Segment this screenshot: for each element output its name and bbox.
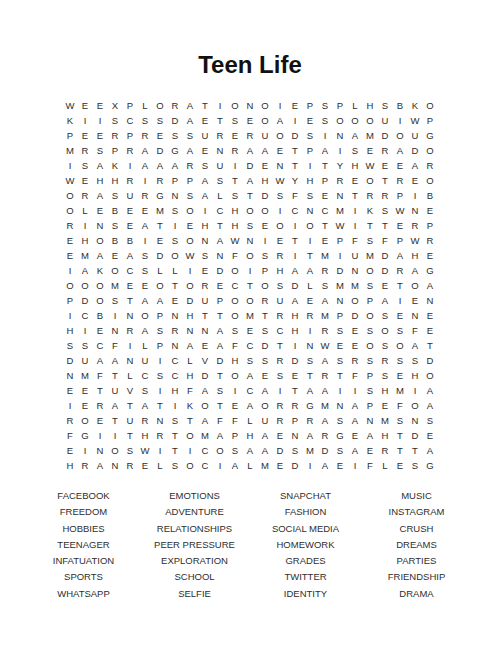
grid-cell-r12c3: K (93, 263, 108, 278)
grid-cell-r9c13: S (243, 218, 258, 233)
grid-cell-r6c19: R (333, 173, 348, 188)
grid-cell-r19c1: N (63, 368, 78, 383)
grid-cell-r17c20: E (348, 338, 363, 353)
grid-cell-r3c20: A (348, 128, 363, 143)
grid-cell-r15c7: P (153, 308, 168, 323)
grid-cell-r25c15: E (273, 458, 288, 473)
word-list-item: SCHOOL (139, 569, 250, 585)
grid-cell-r2c14: O (258, 113, 273, 128)
grid-cell-r15c3: B (93, 308, 108, 323)
grid-cell-r5c15: N (273, 158, 288, 173)
grid-cell-r5c10: S (198, 158, 213, 173)
grid-cell-r2c19: O (333, 113, 348, 128)
word-list-item: HOBBIES (28, 521, 139, 537)
grid-cell-r13c8: T (168, 278, 183, 293)
grid-cell-r9c4: S (108, 218, 123, 233)
grid-cell-r25c11: I (213, 458, 228, 473)
grid-cell-r12c13: I (243, 263, 258, 278)
grid-cell-r4c24: D (408, 143, 423, 158)
grid-cell-r3c14: U (258, 128, 273, 143)
grid-cell-r14c2: D (78, 293, 93, 308)
grid-cell-r17c22: S (378, 338, 393, 353)
grid-cell-r8c6: E (138, 203, 153, 218)
grid-cell-r2c12: S (228, 113, 243, 128)
grid-cell-r6c16: Y (288, 173, 303, 188)
grid-cell-r25c10: C (198, 458, 213, 473)
grid-cell-r1c10: T (198, 98, 213, 113)
grid-cell-r15c9: H (183, 308, 198, 323)
grid-cell-r22c22: M (378, 413, 393, 428)
grid-cell-r19c7: S (153, 368, 168, 383)
grid-cell-r17c8: N (168, 338, 183, 353)
grid-cell-r7c15: S (273, 188, 288, 203)
grid-cell-r16c8: R (168, 323, 183, 338)
grid-cell-r8c22: S (378, 203, 393, 218)
grid-cell-r16c4: N (108, 323, 123, 338)
grid-cell-r23c20: E (348, 428, 363, 443)
grid-cell-r23c1: F (63, 428, 78, 443)
grid-cell-r4c22: R (378, 143, 393, 158)
grid-cell-r3c21: M (363, 128, 378, 143)
grid-cell-r24c13: A (243, 443, 258, 458)
grid-cell-r21c23: F (393, 398, 408, 413)
grid-cell-r24c5: S (123, 443, 138, 458)
grid-cell-r23c16: N (288, 428, 303, 443)
grid-cell-r24c6: W (138, 443, 153, 458)
grid-cell-r10c15: E (273, 233, 288, 248)
grid-cell-r12c16: A (288, 263, 303, 278)
grid-cell-r11c8: O (168, 248, 183, 263)
grid-cell-r4c2: R (78, 143, 93, 158)
grid-cell-r6c3: H (93, 173, 108, 188)
grid-cell-r9c23: E (393, 218, 408, 233)
grid-cell-r20c20: I (348, 383, 363, 398)
grid-cell-r23c17: A (303, 428, 318, 443)
grid-cell-r5c14: E (258, 158, 273, 173)
grid-cell-r2c23: I (393, 113, 408, 128)
grid-cell-r19c24: H (408, 368, 423, 383)
grid-cell-r9c24: R (408, 218, 423, 233)
grid-cell-r12c25: G (423, 263, 438, 278)
grid-cell-r13c14: O (258, 278, 273, 293)
grid-cell-r9c18: T (318, 218, 333, 233)
grid-cell-r4c23: A (393, 143, 408, 158)
grid-cell-r6c24: E (408, 173, 423, 188)
grid-cell-r15c22: S (378, 308, 393, 323)
grid-cell-r11c14: S (258, 248, 273, 263)
grid-cell-r9c19: W (333, 218, 348, 233)
grid-cell-r23c15: E (273, 428, 288, 443)
grid-cell-r13c9: O (183, 278, 198, 293)
grid-cell-r17c16: I (288, 338, 303, 353)
grid-cell-r12c24: A (408, 263, 423, 278)
grid-cell-r16c24: F (408, 323, 423, 338)
grid-cell-r4c15: E (273, 143, 288, 158)
grid-cell-r6c20: E (348, 173, 363, 188)
grid-cell-r9c9: E (183, 218, 198, 233)
grid-cell-r23c18: R (318, 428, 333, 443)
grid-cell-r1c22: S (378, 98, 393, 113)
word-list-item: SNAPCHAT (250, 488, 361, 504)
grid-cell-r19c19: T (333, 368, 348, 383)
grid-cell-r9c5: E (123, 218, 138, 233)
word-list-item: TWITTER (250, 569, 361, 585)
grid-cell-r3c8: S (168, 128, 183, 143)
grid-cell-r6c8: P (168, 173, 183, 188)
grid-cell-r7c25: B (423, 188, 438, 203)
grid-cell-r22c17: R (303, 413, 318, 428)
grid-cell-r12c2: A (78, 263, 93, 278)
grid-cell-r15c18: M (318, 308, 333, 323)
grid-cell-r7c6: R (138, 188, 153, 203)
grid-cell-r24c18: D (318, 443, 333, 458)
grid-cell-r9c20: I (348, 218, 363, 233)
grid-cell-r21c9: K (183, 398, 198, 413)
word-list-column-3: SNAPCHATFASHIONSOCIAL MEDIAHOMEWORKGRADE… (250, 488, 361, 602)
grid-cell-r20c15: I (273, 383, 288, 398)
grid-cell-r16c9: N (183, 323, 198, 338)
grid-cell-r15c16: H (288, 308, 303, 323)
grid-cell-r11c23: A (393, 248, 408, 263)
grid-cell-r4c13: A (243, 143, 258, 158)
grid-cell-r8c19: M (333, 203, 348, 218)
word-list-item: FREEDOM (28, 504, 139, 520)
grid-cell-r4c20: S (348, 143, 363, 158)
grid-cell-r23c13: H (243, 428, 258, 443)
grid-cell-r21c2: E (78, 398, 93, 413)
grid-cell-r24c17: M (303, 443, 318, 458)
grid-cell-r11c15: R (273, 248, 288, 263)
grid-cell-r18c12: H (228, 353, 243, 368)
word-list-item: WHATSAPP (28, 586, 139, 602)
grid-cell-r16c15: C (273, 323, 288, 338)
grid-cell-r14c25: N (423, 293, 438, 308)
grid-cell-r6c1: W (63, 173, 78, 188)
grid-cell-r19c4: T (108, 368, 123, 383)
grid-cell-r18c19: S (333, 353, 348, 368)
grid-cell-r6c25: O (423, 173, 438, 188)
grid-cell-r25c6: E (138, 458, 153, 473)
grid-cell-r2c16: I (288, 113, 303, 128)
grid-cell-r3c3: E (93, 128, 108, 143)
grid-cell-r21c1: I (63, 398, 78, 413)
grid-cell-r8c23: W (393, 203, 408, 218)
grid-cell-r20c22: H (378, 383, 393, 398)
grid-cell-r8c5: E (123, 203, 138, 218)
word-list-item: RELATIONSHIPS (139, 521, 250, 537)
grid-cell-r6c2: E (78, 173, 93, 188)
grid-cell-r11c18: M (318, 248, 333, 263)
grid-cell-r23c25: E (423, 428, 438, 443)
grid-cell-r15c21: O (363, 308, 378, 323)
grid-cell-r11c10: S (198, 248, 213, 263)
grid-cell-r10c14: I (258, 233, 273, 248)
grid-cell-r4c18: A (318, 143, 333, 158)
grid-cell-r16c16: H (288, 323, 303, 338)
grid-cell-r15c8: N (168, 308, 183, 323)
grid-cell-r21c8: I (168, 398, 183, 413)
word-list-item: MUSIC (361, 488, 472, 504)
grid-cell-r25c22: L (378, 458, 393, 473)
grid-cell-r24c23: T (393, 443, 408, 458)
grid-cell-r18c21: S (363, 353, 378, 368)
grid-cell-r4c5: R (123, 143, 138, 158)
grid-cell-r3c22: D (378, 128, 393, 143)
grid-cell-r15c12: O (228, 308, 243, 323)
grid-cell-r6c17: H (303, 173, 318, 188)
grid-cell-r5c6: A (138, 158, 153, 173)
grid-cell-r25c5: R (123, 458, 138, 473)
grid-cell-r5c13: D (243, 158, 258, 173)
grid-cell-r1c11: I (213, 98, 228, 113)
grid-cell-r17c18: W (318, 338, 333, 353)
grid-cell-r5c11: U (213, 158, 228, 173)
grid-cell-r9c21: T (363, 218, 378, 233)
grid-cell-r25c4: N (108, 458, 123, 473)
word-list-item: INSTAGRAM (361, 504, 472, 520)
grid-cell-r8c16: C (288, 203, 303, 218)
grid-cell-r11c4: E (108, 248, 123, 263)
grid-cell-r8c17: N (303, 203, 318, 218)
grid-cell-r19c5: L (123, 368, 138, 383)
grid-cell-r19c17: T (303, 368, 318, 383)
grid-cell-r4c8: G (168, 143, 183, 158)
grid-cell-r7c16: F (288, 188, 303, 203)
grid-cell-r10c1: E (63, 233, 78, 248)
grid-cell-r23c23: T (393, 428, 408, 443)
grid-cell-r14c9: D (183, 293, 198, 308)
grid-cell-r17c23: O (393, 338, 408, 353)
word-list-item: SOCIAL MEDIA (250, 521, 361, 537)
grid-cell-r11c21: M (363, 248, 378, 263)
grid-cell-r13c12: C (228, 278, 243, 293)
grid-cell-r6c4: H (108, 173, 123, 188)
grid-cell-r14c19: N (333, 293, 348, 308)
grid-cell-r14c24: E (408, 293, 423, 308)
grid-cell-r15c2: C (78, 308, 93, 323)
grid-cell-r22c8: S (168, 413, 183, 428)
grid-cell-r19c22: S (378, 368, 393, 383)
grid-cell-r19c3: F (93, 368, 108, 383)
grid-cell-r7c24: I (408, 188, 423, 203)
grid-cell-r19c25: O (423, 368, 438, 383)
grid-cell-r18c7: I (153, 353, 168, 368)
grid-cell-r6c21: O (363, 173, 378, 188)
grid-cell-r13c7: O (153, 278, 168, 293)
grid-cell-r10c13: N (243, 233, 258, 248)
grid-cell-r25c16: D (288, 458, 303, 473)
grid-cell-r22c5: U (123, 413, 138, 428)
grid-cell-r25c17: I (303, 458, 318, 473)
grid-cell-r21c12: E (228, 398, 243, 413)
grid-cell-r16c2: I (78, 323, 93, 338)
grid-cell-r1c16: E (288, 98, 303, 113)
grid-cell-r3c13: R (243, 128, 258, 143)
grid-cell-r17c10: E (198, 338, 213, 353)
grid-cell-r1c21: H (363, 98, 378, 113)
grid-cell-r21c20: A (348, 398, 363, 413)
grid-cell-r11c12: F (228, 248, 243, 263)
grid-cell-r11c2: M (78, 248, 93, 263)
grid-cell-r8c2: L (78, 203, 93, 218)
grid-cell-r16c10: N (198, 323, 213, 338)
grid-cell-r18c3: A (93, 353, 108, 368)
grid-cell-r17c11: A (213, 338, 228, 353)
grid-cell-r2c10: E (198, 113, 213, 128)
grid-cell-r14c1: P (63, 293, 78, 308)
grid-cell-r23c12: P (228, 428, 243, 443)
grid-cell-r11c20: U (348, 248, 363, 263)
grid-cell-r1c17: P (303, 98, 318, 113)
word-list-item: CRUSH (361, 521, 472, 537)
grid-cell-r19c16: E (288, 368, 303, 383)
grid-cell-r11c11: N (213, 248, 228, 263)
grid-cell-r17c4: F (108, 338, 123, 353)
grid-cell-r20c14: A (258, 383, 273, 398)
grid-cell-r7c2: R (78, 188, 93, 203)
grid-cell-r15c10: T (198, 308, 213, 323)
word-list-column-2: EMOTIONSADVENTURERELATIONSHIPSPEER PRESS… (139, 488, 250, 602)
word-search-page: Teen Life WEEXPLORATIONOIEPSPLHSBKOKIISC… (0, 0, 500, 647)
grid-cell-r14c8: E (168, 293, 183, 308)
grid-cell-r22c25: S (423, 413, 438, 428)
grid-cell-r5c1: I (63, 158, 78, 173)
grid-cell-r7c14: D (258, 188, 273, 203)
grid-cell-r3c9: S (183, 128, 198, 143)
grid-cell-r5c23: E (393, 158, 408, 173)
grid-cell-r20c23: M (393, 383, 408, 398)
grid-cell-r10c10: N (198, 233, 213, 248)
grid-cell-r16c1: H (63, 323, 78, 338)
grid-cell-r1c5: P (123, 98, 138, 113)
grid-cell-r21c17: G (303, 398, 318, 413)
grid-cell-r21c11: T (213, 398, 228, 413)
grid-cell-r20c21: S (363, 383, 378, 398)
grid-cell-r5c22: E (378, 158, 393, 173)
grid-cell-r12c19: D (333, 263, 348, 278)
grid-cell-r23c7: R (153, 428, 168, 443)
grid-cell-r22c20: A (348, 413, 363, 428)
grid-cell-r9c10: H (198, 218, 213, 233)
grid-cell-r2c13: E (243, 113, 258, 128)
grid-cell-r12c6: S (138, 263, 153, 278)
grid-cell-r1c20: L (348, 98, 363, 113)
grid-cell-r11c1: E (63, 248, 78, 263)
grid-cell-r4c1: M (63, 143, 78, 158)
grid-cell-r14c16: A (288, 293, 303, 308)
grid-cell-r20c16: T (288, 383, 303, 398)
grid-cell-r1c25: O (423, 98, 438, 113)
grid-cell-r13c1: O (63, 278, 78, 293)
grid-cell-r10c8: S (168, 233, 183, 248)
grid-cell-r9c25: P (423, 218, 438, 233)
grid-cell-r24c9: I (183, 443, 198, 458)
grid-cell-r24c11: O (213, 443, 228, 458)
grid-cell-r25c25: G (423, 458, 438, 473)
grid-cell-r16c22: O (378, 323, 393, 338)
grid-cell-r20c9: F (183, 383, 198, 398)
grid-cell-r10c22: F (378, 233, 393, 248)
grid-cell-r4c4: P (108, 143, 123, 158)
grid-cell-r14c14: R (258, 293, 273, 308)
grid-cell-r24c2: I (78, 443, 93, 458)
grid-cell-r1c14: O (258, 98, 273, 113)
grid-cell-r14c12: O (228, 293, 243, 308)
grid-cell-r15c20: D (348, 308, 363, 323)
grid-cell-r22c15: R (273, 413, 288, 428)
grid-cell-r1c23: B (393, 98, 408, 113)
grid-cell-r7c11: L (213, 188, 228, 203)
grid-cell-r22c10: A (198, 413, 213, 428)
grid-cell-r10c16: T (288, 233, 303, 248)
grid-cell-r25c14: M (258, 458, 273, 473)
word-list-column-4: MUSICINSTAGRAMCRUSHDREAMSPARTIESFRIENDSH… (361, 488, 472, 602)
grid-cell-r2c22: U (378, 113, 393, 128)
grid-cell-r9c14: E (258, 218, 273, 233)
grid-cell-r1c12: O (228, 98, 243, 113)
grid-cell-r19c8: C (168, 368, 183, 383)
grid-cell-r18c4: A (108, 353, 123, 368)
grid-cell-r17c9: A (183, 338, 198, 353)
word-list-item: EXPLORATION (139, 553, 250, 569)
grid-cell-r8c20: I (348, 203, 363, 218)
grid-cell-r10c9: O (183, 233, 198, 248)
grid-cell-r16c17: I (303, 323, 318, 338)
grid-cell-r4c19: I (333, 143, 348, 158)
grid-cell-r5c20: H (348, 158, 363, 173)
grid-cell-r7c19: N (333, 188, 348, 203)
grid-cell-r25c9: O (183, 458, 198, 473)
grid-cell-r12c22: D (378, 263, 393, 278)
grid-cell-r1c2: E (78, 98, 93, 113)
grid-cell-r23c6: H (138, 428, 153, 443)
grid-cell-r20c17: A (303, 383, 318, 398)
grid-cell-r23c10: M (198, 428, 213, 443)
grid-cell-r21c21: P (363, 398, 378, 413)
grid-cell-r8c18: C (318, 203, 333, 218)
grid-cell-r15c15: R (273, 308, 288, 323)
grid-cell-r9c12: H (228, 218, 243, 233)
grid-cell-r20c19: I (333, 383, 348, 398)
grid-cell-r1c13: N (243, 98, 258, 113)
grid-cell-r14c23: I (393, 293, 408, 308)
grid-cell-r14c18: A (318, 293, 333, 308)
grid-cell-r2c1: K (63, 113, 78, 128)
grid-cell-r7c8: N (168, 188, 183, 203)
grid-cell-r17c7: P (153, 338, 168, 353)
grid-cell-r2c9: A (183, 113, 198, 128)
grid-cell-r23c3: I (93, 428, 108, 443)
grid-cell-r2c11: T (213, 113, 228, 128)
grid-cell-r9c11: T (213, 218, 228, 233)
grid-cell-r14c7: A (153, 293, 168, 308)
grid-cell-r25c7: L (153, 458, 168, 473)
grid-cell-r3c2: E (78, 128, 93, 143)
grid-cell-r13c10: R (198, 278, 213, 293)
grid-cell-r12c11: D (213, 263, 228, 278)
grid-cell-r1c9: A (183, 98, 198, 113)
word-list: FACEBOOKFREEDOMHOBBIESTEENAGERINFATUATIO… (28, 488, 472, 602)
grid-cell-r2c3: I (93, 113, 108, 128)
grid-cell-r22c3: E (93, 413, 108, 428)
grid-cell-r11c22: D (378, 248, 393, 263)
grid-cell-r11c6: S (138, 248, 153, 263)
grid-cell-r4c6: A (138, 143, 153, 158)
grid-cell-r17c15: T (273, 338, 288, 353)
grid-cell-r15c1: I (63, 308, 78, 323)
grid-cell-r17c14: D (258, 338, 273, 353)
grid-cell-r1c24: K (408, 98, 423, 113)
